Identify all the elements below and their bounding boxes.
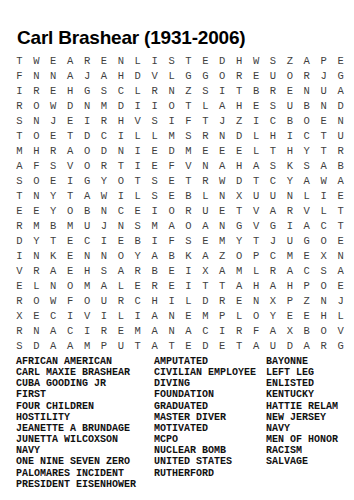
grid-cell[interactable]: M — [79, 339, 96, 354]
grid-cell[interactable]: R — [231, 69, 248, 84]
grid-cell[interactable]: T — [62, 129, 79, 144]
grid-cell[interactable]: L — [248, 144, 265, 159]
grid-cell[interactable]: T — [231, 84, 248, 99]
grid-cell[interactable]: Y — [298, 144, 315, 159]
grid-cell[interactable]: I — [146, 99, 163, 114]
grid-cell[interactable]: S — [298, 159, 315, 174]
grid-cell[interactable]: A — [214, 159, 231, 174]
grid-cell[interactable]: R — [298, 69, 315, 84]
grid-cell[interactable]: Z — [298, 294, 315, 309]
grid-cell[interactable]: M — [281, 249, 298, 264]
grid-cell[interactable]: F — [163, 234, 180, 249]
grid-cell[interactable]: R — [11, 99, 28, 114]
grid-cell[interactable]: E — [197, 144, 214, 159]
grid-cell[interactable]: J — [315, 69, 332, 84]
grid-cell[interactable]: Y — [231, 234, 248, 249]
grid-cell[interactable]: V — [248, 204, 265, 219]
grid-cell[interactable]: Y — [264, 309, 281, 324]
grid-cell[interactable]: U — [264, 189, 281, 204]
grid-cell[interactable]: R — [11, 294, 28, 309]
grid-cell[interactable]: E — [112, 324, 129, 339]
grid-cell[interactable]: U — [315, 84, 332, 99]
grid-cell[interactable]: H — [28, 144, 45, 159]
grid-cell[interactable]: B — [79, 204, 96, 219]
grid-cell[interactable]: R — [79, 54, 96, 69]
grid-cell[interactable]: L — [129, 189, 146, 204]
grid-cell[interactable]: C — [79, 234, 96, 249]
grid-cell[interactable]: W — [214, 174, 231, 189]
grid-cell[interactable]: N — [163, 84, 180, 99]
grid-cell[interactable]: E — [163, 174, 180, 189]
grid-cell[interactable]: V — [180, 159, 197, 174]
grid-cell[interactable]: E — [146, 144, 163, 159]
grid-cell[interactable]: S — [146, 189, 163, 204]
grid-cell[interactable]: V — [146, 69, 163, 84]
grid-cell[interactable]: I — [79, 324, 96, 339]
grid-cell[interactable]: G — [332, 69, 349, 84]
grid-cell[interactable]: B — [45, 219, 62, 234]
grid-cell[interactable]: A — [11, 159, 28, 174]
grid-cell[interactable]: A — [146, 339, 163, 354]
grid-cell[interactable]: I — [129, 144, 146, 159]
grid-cell[interactable]: E — [11, 204, 28, 219]
grid-cell[interactable]: R — [146, 84, 163, 99]
grid-cell[interactable]: U — [112, 339, 129, 354]
grid-cell[interactable]: L — [28, 279, 45, 294]
grid-cell[interactable]: E — [28, 309, 45, 324]
grid-cell[interactable]: J — [79, 69, 96, 84]
grid-cell[interactable]: C — [95, 129, 112, 144]
grid-cell[interactable]: X — [281, 324, 298, 339]
grid-cell[interactable]: T — [180, 54, 197, 69]
grid-cell[interactable]: E — [214, 204, 231, 219]
grid-cell[interactable]: E — [332, 279, 349, 294]
grid-cell[interactable]: N — [315, 294, 332, 309]
grid-cell[interactable]: A — [281, 264, 298, 279]
grid-cell[interactable]: M — [231, 264, 248, 279]
grid-cell[interactable]: E — [332, 54, 349, 69]
grid-cell[interactable]: I — [11, 249, 28, 264]
grid-cell[interactable]: D — [231, 174, 248, 189]
grid-cell[interactable]: S — [315, 264, 332, 279]
grid-cell[interactable]: D — [163, 144, 180, 159]
grid-cell[interactable]: E — [11, 279, 28, 294]
grid-cell[interactable]: B — [163, 249, 180, 264]
grid-cell[interactable]: O — [79, 144, 96, 159]
grid-cell[interactable]: I — [112, 129, 129, 144]
grid-cell[interactable]: M — [180, 144, 197, 159]
grid-cell[interactable]: L — [248, 264, 265, 279]
grid-cell[interactable]: T — [11, 129, 28, 144]
grid-cell[interactable]: D — [231, 129, 248, 144]
grid-cell[interactable]: N — [298, 84, 315, 99]
grid-cell[interactable]: T — [214, 279, 231, 294]
grid-cell[interactable]: J — [332, 294, 349, 309]
grid-cell[interactable]: O — [231, 249, 248, 264]
grid-cell[interactable]: A — [332, 264, 349, 279]
grid-cell[interactable]: R — [129, 264, 146, 279]
grid-cell[interactable]: T — [248, 174, 265, 189]
grid-cell[interactable]: D — [332, 99, 349, 114]
grid-cell[interactable]: B — [180, 189, 197, 204]
grid-cell[interactable]: R — [112, 294, 129, 309]
grid-cell[interactable]: L — [197, 99, 214, 114]
grid-cell[interactable]: D — [197, 339, 214, 354]
grid-cell[interactable]: A — [79, 189, 96, 204]
grid-cell[interactable]: K — [180, 249, 197, 264]
grid-cell[interactable]: X — [231, 189, 248, 204]
grid-cell[interactable]: N — [112, 219, 129, 234]
grid-cell[interactable]: U — [281, 234, 298, 249]
grid-cell[interactable]: I — [180, 264, 197, 279]
grid-cell[interactable]: R — [231, 324, 248, 339]
grid-cell[interactable]: H — [62, 84, 79, 99]
grid-cell[interactable]: R — [332, 144, 349, 159]
grid-cell[interactable]: H — [112, 114, 129, 129]
grid-cell[interactable]: A — [45, 264, 62, 279]
grid-cell[interactable]: U — [95, 294, 112, 309]
grid-cell[interactable]: B — [146, 264, 163, 279]
grid-cell[interactable]: R — [28, 264, 45, 279]
grid-cell[interactable]: O — [62, 279, 79, 294]
grid-cell[interactable]: H — [231, 99, 248, 114]
grid-cell[interactable]: I — [11, 84, 28, 99]
grid-cell[interactable]: Z — [180, 84, 197, 99]
grid-cell[interactable]: T — [11, 189, 28, 204]
grid-cell[interactable]: M — [28, 219, 45, 234]
grid-cell[interactable]: Y — [45, 189, 62, 204]
grid-cell[interactable]: T — [180, 174, 197, 189]
grid-cell[interactable]: W — [248, 54, 265, 69]
grid-cell[interactable]: M — [146, 219, 163, 234]
grid-cell[interactable]: M — [62, 219, 79, 234]
grid-cell[interactable]: A — [112, 264, 129, 279]
grid-cell[interactable]: R — [95, 159, 112, 174]
grid-cell[interactable]: I — [214, 84, 231, 99]
grid-cell[interactable]: L — [163, 69, 180, 84]
grid-cell[interactable]: S — [264, 99, 281, 114]
grid-cell[interactable]: R — [315, 339, 332, 354]
grid-cell[interactable]: W — [95, 189, 112, 204]
grid-cell[interactable]: S — [45, 159, 62, 174]
grid-cell[interactable]: A — [62, 339, 79, 354]
grid-cell[interactable]: S — [11, 174, 28, 189]
grid-cell[interactable]: I — [129, 159, 146, 174]
grid-cell[interactable]: M — [79, 279, 96, 294]
grid-cell[interactable]: I — [95, 234, 112, 249]
grid-cell[interactable]: E — [248, 99, 265, 114]
grid-cell[interactable]: D — [11, 234, 28, 249]
grid-cell[interactable]: N — [315, 99, 332, 114]
grid-cell[interactable]: I — [146, 234, 163, 249]
grid-cell[interactable]: T — [315, 144, 332, 159]
grid-cell[interactable]: I — [129, 99, 146, 114]
grid-cell[interactable]: D — [112, 99, 129, 114]
grid-cell[interactable]: E — [214, 339, 231, 354]
grid-cell[interactable]: R — [146, 279, 163, 294]
grid-cell[interactable]: F — [163, 159, 180, 174]
grid-cell[interactable]: N — [248, 294, 265, 309]
grid-cell[interactable]: E — [163, 189, 180, 204]
grid-cell[interactable]: F — [62, 294, 79, 309]
grid-cell[interactable]: C — [45, 309, 62, 324]
grid-cell[interactable]: A — [298, 174, 315, 189]
grid-cell[interactable]: R — [95, 114, 112, 129]
grid-cell[interactable]: H — [248, 279, 265, 294]
grid-cell[interactable]: V — [129, 114, 146, 129]
grid-cell[interactable]: E — [45, 54, 62, 69]
grid-cell[interactable]: H — [231, 54, 248, 69]
grid-cell[interactable]: L — [146, 129, 163, 144]
grid-cell[interactable]: N — [28, 249, 45, 264]
grid-cell[interactable]: F — [248, 324, 265, 339]
grid-cell[interactable]: S — [95, 264, 112, 279]
grid-cell[interactable]: O — [281, 69, 298, 84]
grid-cell[interactable]: I — [281, 219, 298, 234]
grid-cell[interactable]: M — [197, 309, 214, 324]
grid-cell[interactable]: R — [11, 324, 28, 339]
grid-cell[interactable]: A — [197, 219, 214, 234]
grid-cell[interactable]: I — [112, 189, 129, 204]
grid-cell[interactable]: E — [45, 129, 62, 144]
grid-cell[interactable]: L — [112, 309, 129, 324]
grid-cell[interactable]: E — [315, 114, 332, 129]
grid-cell[interactable]: P — [95, 339, 112, 354]
grid-cell[interactable]: N — [79, 99, 96, 114]
grid-cell[interactable]: L — [112, 279, 129, 294]
grid-cell[interactable]: C — [62, 324, 79, 339]
grid-cell[interactable]: R — [11, 219, 28, 234]
grid-cell[interactable]: C — [112, 84, 129, 99]
grid-cell[interactable]: E — [248, 69, 265, 84]
grid-cell[interactable]: E — [281, 309, 298, 324]
grid-cell[interactable]: T — [332, 204, 349, 219]
grid-cell[interactable]: R — [95, 324, 112, 339]
grid-cell[interactable]: D — [197, 294, 214, 309]
grid-cell[interactable]: N — [28, 114, 45, 129]
grid-cell[interactable]: S — [11, 114, 28, 129]
grid-cell[interactable]: H — [315, 309, 332, 324]
grid-cell[interactable]: A — [197, 249, 214, 264]
grid-cell[interactable]: D — [129, 69, 146, 84]
grid-cell[interactable]: S — [146, 174, 163, 189]
grid-cell[interactable]: O — [214, 69, 231, 84]
grid-cell[interactable]: P — [281, 294, 298, 309]
grid-cell[interactable]: T — [112, 159, 129, 174]
grid-cell[interactable]: Y — [281, 174, 298, 189]
grid-cell[interactable]: S — [11, 339, 28, 354]
grid-cell[interactable]: N — [28, 324, 45, 339]
grid-cell[interactable]: C — [298, 129, 315, 144]
grid-cell[interactable]: I — [315, 189, 332, 204]
grid-cell[interactable]: T — [197, 279, 214, 294]
grid-cell[interactable]: E — [112, 234, 129, 249]
grid-cell[interactable]: B — [298, 99, 315, 114]
grid-cell[interactable]: N — [28, 189, 45, 204]
grid-cell[interactable]: C — [129, 294, 146, 309]
grid-cell[interactable]: Y — [129, 249, 146, 264]
grid-cell[interactable]: N — [79, 249, 96, 264]
grid-cell[interactable]: A — [95, 279, 112, 294]
grid-cell[interactable]: Y — [45, 204, 62, 219]
grid-cell[interactable]: N — [214, 129, 231, 144]
grid-cell[interactable]: O — [163, 99, 180, 114]
grid-cell[interactable]: F — [28, 159, 45, 174]
grid-cell[interactable]: T — [11, 54, 28, 69]
grid-cell[interactable]: Z — [231, 114, 248, 129]
grid-cell[interactable]: Z — [214, 249, 231, 264]
grid-cell[interactable]: A — [214, 99, 231, 114]
grid-cell[interactable]: S — [180, 234, 197, 249]
grid-cell[interactable]: O — [248, 309, 265, 324]
grid-cell[interactable]: J — [95, 219, 112, 234]
grid-cell[interactable]: O — [163, 204, 180, 219]
grid-cell[interactable]: S — [264, 159, 281, 174]
grid-cell[interactable]: X — [11, 309, 28, 324]
grid-cell[interactable]: U — [281, 99, 298, 114]
grid-cell[interactable]: A — [298, 54, 315, 69]
grid-cell[interactable]: A — [62, 69, 79, 84]
grid-cell[interactable]: O — [298, 114, 315, 129]
grid-cell[interactable]: V — [62, 159, 79, 174]
grid-cell[interactable]: L — [197, 189, 214, 204]
grid-cell[interactable]: I — [62, 309, 79, 324]
grid-cell[interactable]: A — [62, 54, 79, 69]
grid-cell[interactable]: E — [332, 189, 349, 204]
grid-cell[interactable]: E — [180, 309, 197, 324]
grid-cell[interactable]: O — [79, 294, 96, 309]
grid-cell[interactable]: S — [264, 54, 281, 69]
grid-cell[interactable]: Y — [95, 174, 112, 189]
grid-cell[interactable]: S — [95, 84, 112, 99]
grid-cell[interactable]: N — [214, 219, 231, 234]
grid-cell[interactable]: T — [264, 144, 281, 159]
grid-cell[interactable]: N — [214, 189, 231, 204]
grid-cell[interactable]: U — [264, 339, 281, 354]
grid-cell[interactable]: P — [248, 249, 265, 264]
grid-cell[interactable]: L — [315, 204, 332, 219]
grid-cell[interactable]: T — [197, 114, 214, 129]
grid-cell[interactable]: T — [45, 234, 62, 249]
grid-cell[interactable]: I — [281, 129, 298, 144]
grid-cell[interactable]: C — [264, 114, 281, 129]
grid-cell[interactable]: L — [129, 54, 146, 69]
grid-cell[interactable]: A — [332, 174, 349, 189]
grid-cell[interactable]: T — [62, 189, 79, 204]
grid-cell[interactable]: I — [248, 114, 265, 129]
grid-cell[interactable]: G — [180, 69, 197, 84]
grid-cell[interactable]: J — [45, 114, 62, 129]
grid-cell[interactable]: L — [332, 309, 349, 324]
grid-cell[interactable]: V — [248, 219, 265, 234]
grid-cell[interactable]: K — [45, 249, 62, 264]
grid-cell[interactable]: A — [146, 324, 163, 339]
grid-cell[interactable]: O — [28, 99, 45, 114]
grid-cell[interactable]: E — [298, 249, 315, 264]
grid-cell[interactable]: I — [180, 279, 197, 294]
grid-cell[interactable]: E — [62, 249, 79, 264]
grid-cell[interactable]: H — [231, 159, 248, 174]
grid-cell[interactable]: A — [332, 84, 349, 99]
grid-cell[interactable]: G — [79, 84, 96, 99]
grid-cell[interactable]: C — [264, 174, 281, 189]
grid-cell[interactable]: I — [163, 114, 180, 129]
grid-cell[interactable]: Z — [281, 54, 298, 69]
grid-cell[interactable]: Y — [28, 234, 45, 249]
grid-cell[interactable]: H — [112, 69, 129, 84]
grid-cell[interactable]: I — [129, 309, 146, 324]
grid-cell[interactable]: W — [28, 54, 45, 69]
grid-cell[interactable]: T — [248, 234, 265, 249]
grid-cell[interactable]: V — [332, 324, 349, 339]
grid-cell[interactable]: O — [112, 174, 129, 189]
grid-cell[interactable]: E — [214, 144, 231, 159]
grid-cell[interactable]: R — [281, 204, 298, 219]
grid-cell[interactable]: M — [11, 144, 28, 159]
grid-cell[interactable]: N — [45, 279, 62, 294]
grid-cell[interactable]: T — [129, 174, 146, 189]
grid-cell[interactable]: H — [281, 279, 298, 294]
grid-cell[interactable]: A — [298, 339, 315, 354]
grid-cell[interactable]: E — [45, 84, 62, 99]
grid-cell[interactable]: C — [298, 264, 315, 279]
grid-cell[interactable]: H — [146, 294, 163, 309]
grid-cell[interactable]: N — [112, 144, 129, 159]
grid-cell[interactable]: J — [214, 114, 231, 129]
grid-cell[interactable]: O — [28, 174, 45, 189]
grid-cell[interactable]: D — [214, 54, 231, 69]
grid-cell[interactable]: D — [62, 99, 79, 114]
grid-cell[interactable]: A — [248, 159, 265, 174]
grid-cell[interactable]: D — [28, 339, 45, 354]
grid-cell[interactable]: A — [45, 324, 62, 339]
grid-cell[interactable]: X — [315, 249, 332, 264]
grid-cell[interactable]: N — [45, 69, 62, 84]
grid-cell[interactable]: S — [197, 84, 214, 99]
grid-cell[interactable]: I — [214, 324, 231, 339]
grid-cell[interactable]: T — [163, 339, 180, 354]
grid-cell[interactable]: T — [231, 339, 248, 354]
grid-cell[interactable]: S — [146, 114, 163, 129]
grid-cell[interactable]: E — [298, 309, 315, 324]
grid-cell[interactable]: E — [146, 159, 163, 174]
grid-cell[interactable]: N — [197, 159, 214, 174]
grid-cell[interactable]: G — [298, 234, 315, 249]
grid-cell[interactable]: A — [214, 264, 231, 279]
grid-cell[interactable]: O — [79, 159, 96, 174]
grid-cell[interactable]: K — [281, 159, 298, 174]
grid-cell[interactable]: A — [62, 144, 79, 159]
grid-cell[interactable]: A — [146, 249, 163, 264]
grid-cell[interactable]: L — [129, 129, 146, 144]
grid-cell[interactable]: G — [231, 219, 248, 234]
grid-cell[interactable]: R — [264, 264, 281, 279]
grid-cell[interactable]: J — [264, 234, 281, 249]
grid-cell[interactable]: E — [231, 294, 248, 309]
grid-cell[interactable]: B — [332, 159, 349, 174]
grid-cell[interactable]: D — [95, 144, 112, 159]
grid-cell[interactable]: E — [163, 264, 180, 279]
grid-cell[interactable]: E — [197, 234, 214, 249]
grid-cell[interactable]: E — [281, 84, 298, 99]
grid-cell[interactable]: R — [28, 84, 45, 99]
grid-cell[interactable]: S — [129, 219, 146, 234]
grid-cell[interactable]: A — [163, 219, 180, 234]
grid-cell[interactable]: R — [264, 84, 281, 99]
grid-cell[interactable]: B — [248, 84, 265, 99]
grid-cell[interactable]: P — [298, 279, 315, 294]
grid-cell[interactable]: R — [45, 144, 62, 159]
